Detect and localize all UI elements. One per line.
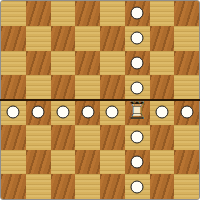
board-square[interactable] xyxy=(26,51,51,76)
board-square[interactable] xyxy=(1,1,26,26)
board-square[interactable] xyxy=(26,100,51,125)
white-rook[interactable]: ♜♖ xyxy=(125,100,150,125)
board-square[interactable] xyxy=(150,51,175,76)
move-dot-icon xyxy=(131,32,144,45)
board-square[interactable] xyxy=(125,1,150,26)
board-square[interactable] xyxy=(26,174,51,199)
board-square[interactable] xyxy=(51,26,76,51)
move-dot-icon xyxy=(81,106,94,119)
move-dot-icon xyxy=(131,131,144,144)
board-square[interactable] xyxy=(51,51,76,76)
board-square[interactable] xyxy=(75,150,100,175)
move-dot-icon xyxy=(56,106,69,119)
board-square[interactable] xyxy=(174,75,199,100)
board-square[interactable] xyxy=(150,150,175,175)
board-square[interactable] xyxy=(75,174,100,199)
board-square[interactable] xyxy=(1,174,26,199)
board-square[interactable] xyxy=(174,100,199,125)
board-square[interactable] xyxy=(125,75,150,100)
board-square[interactable] xyxy=(26,1,51,26)
board-square[interactable] xyxy=(26,75,51,100)
board-square[interactable] xyxy=(174,125,199,150)
board-square[interactable] xyxy=(26,150,51,175)
move-dot-icon xyxy=(131,56,144,69)
board-square[interactable] xyxy=(1,125,26,150)
board-square[interactable] xyxy=(26,125,51,150)
board-square[interactable] xyxy=(100,125,125,150)
board-square[interactable] xyxy=(1,100,26,125)
move-dot-icon xyxy=(32,106,45,119)
board-square[interactable] xyxy=(125,174,150,199)
move-dot-icon xyxy=(131,180,144,193)
board-square[interactable] xyxy=(51,75,76,100)
board-square[interactable] xyxy=(26,26,51,51)
board-square[interactable] xyxy=(1,75,26,100)
board-square[interactable] xyxy=(75,100,100,125)
board-square[interactable] xyxy=(51,125,76,150)
board-square[interactable] xyxy=(150,125,175,150)
move-dot-icon xyxy=(155,106,168,119)
board-square[interactable] xyxy=(1,51,26,76)
board-square[interactable] xyxy=(125,150,150,175)
board-square[interactable] xyxy=(75,51,100,76)
board-square[interactable] xyxy=(150,100,175,125)
board-square[interactable] xyxy=(100,75,125,100)
board-square[interactable] xyxy=(51,100,76,125)
board-square[interactable] xyxy=(75,1,100,26)
board-square[interactable] xyxy=(100,150,125,175)
board-square[interactable] xyxy=(150,1,175,26)
board-square[interactable] xyxy=(1,26,26,51)
board-square[interactable] xyxy=(100,174,125,199)
board-square[interactable] xyxy=(100,51,125,76)
board-square[interactable] xyxy=(174,174,199,199)
move-dot-icon xyxy=(131,7,144,20)
board-square[interactable] xyxy=(125,51,150,76)
move-dot-icon xyxy=(180,106,193,119)
board-square[interactable] xyxy=(125,26,150,51)
move-dot-icon xyxy=(131,155,144,168)
board-square[interactable] xyxy=(150,26,175,51)
board-square[interactable] xyxy=(51,1,76,26)
board-square[interactable] xyxy=(1,150,26,175)
board-square[interactable] xyxy=(174,150,199,175)
board-square[interactable] xyxy=(51,150,76,175)
board-square[interactable] xyxy=(51,174,76,199)
board-square[interactable] xyxy=(100,1,125,26)
board-square[interactable] xyxy=(150,75,175,100)
move-dot-icon xyxy=(106,106,119,119)
board-square[interactable] xyxy=(75,125,100,150)
white-rook-outline-glyph: ♖ xyxy=(126,99,148,123)
board-square[interactable] xyxy=(100,26,125,51)
board-square[interactable] xyxy=(100,100,125,125)
board-square[interactable]: ♜♖ xyxy=(125,100,150,125)
board-square[interactable] xyxy=(174,26,199,51)
board-square[interactable] xyxy=(174,51,199,76)
board-square[interactable] xyxy=(150,174,175,199)
board-seam-line xyxy=(0,99,200,101)
board-square[interactable] xyxy=(125,125,150,150)
screenshot: ♜♖ xyxy=(0,0,200,200)
move-dot-icon xyxy=(7,106,20,119)
board-square[interactable] xyxy=(174,1,199,26)
board-square[interactable] xyxy=(75,26,100,51)
move-dot-icon xyxy=(131,81,144,94)
board-square[interactable] xyxy=(75,75,100,100)
